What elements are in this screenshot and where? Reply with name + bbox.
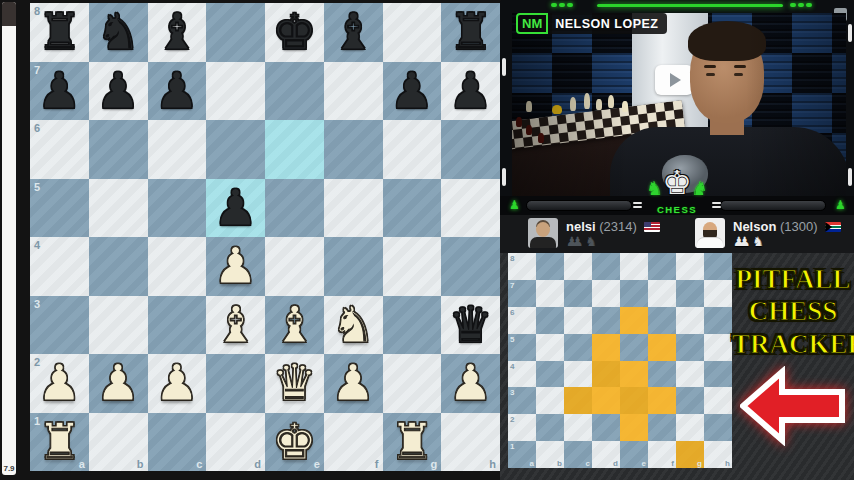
square-a2: 2 <box>508 414 536 441</box>
square-g7[interactable]: ♟ <box>383 62 442 121</box>
square-texture <box>148 179 207 238</box>
pitfall-highlight-e3 <box>620 387 648 414</box>
avatar-body <box>530 237 556 248</box>
piece-white-queen-e2[interactable]: ♛ <box>272 358 317 408</box>
square-c8[interactable]: ♝ <box>148 3 207 62</box>
file-label-g: g <box>697 459 702 468</box>
square-texture <box>324 62 383 121</box>
captured-knight-icon: ♞ <box>585 234 597 249</box>
square-c3 <box>564 387 592 414</box>
square-f4[interactable] <box>324 237 383 296</box>
square-h1[interactable]: h <box>441 413 500 472</box>
square-a7: 7 <box>508 280 536 307</box>
pitfall-highlight-f3 <box>648 387 676 414</box>
square-texture <box>676 253 704 280</box>
square-g6[interactable] <box>383 120 442 179</box>
file-label-b: b <box>557 459 562 468</box>
piece-black-bishop-c8[interactable]: ♝ <box>154 7 199 57</box>
square-b2 <box>536 414 564 441</box>
square-a5: 5 <box>508 334 536 361</box>
pitfall-highlight-d4 <box>592 361 620 388</box>
file-label-f: f <box>375 458 379 470</box>
square-d2[interactable] <box>206 354 265 413</box>
square-b6[interactable] <box>89 120 148 179</box>
led-line-icon <box>597 4 783 7</box>
square-c1: c <box>564 441 592 468</box>
square-texture <box>704 334 732 361</box>
avatar-head <box>536 222 550 237</box>
square-e4 <box>620 361 648 388</box>
player-info-row: nelsi (2314) ♟♟♞ Nelson (1300) ♟♟♞ <box>500 215 854 253</box>
square-a1: 1a <box>508 441 536 468</box>
square-a2[interactable]: 2♟ <box>30 354 89 413</box>
square-f7 <box>648 280 676 307</box>
square-texture <box>324 179 383 238</box>
square-e7 <box>620 280 648 307</box>
piece-black-rook-a8[interactable]: ♜ <box>37 7 82 57</box>
rank-label-5: 5 <box>34 181 40 193</box>
square-b5 <box>536 334 564 361</box>
square-d4 <box>592 361 620 388</box>
square-texture <box>592 280 620 307</box>
pitfall-tracker-section: 87654321abcdefgh PITFALL CHESS TRACKER <box>500 253 854 480</box>
square-texture <box>676 334 704 361</box>
square-c2[interactable]: ♟ <box>148 354 207 413</box>
captured-pawns-icon: ♟♟ <box>733 234 744 249</box>
square-texture <box>536 361 564 388</box>
square-f3 <box>648 387 676 414</box>
square-texture <box>620 280 648 307</box>
square-h2[interactable]: ♟ <box>441 354 500 413</box>
nm-title-badge: NM <box>516 13 548 34</box>
rank-label-7: 7 <box>510 281 514 290</box>
square-texture <box>704 280 732 307</box>
square-h6 <box>704 307 732 334</box>
streamer-name-tag: NM NELSON LOPEZ <box>516 13 667 34</box>
square-a7[interactable]: 7♟ <box>30 62 89 121</box>
square-texture <box>620 253 648 280</box>
green-pawn-icon: ♟ <box>509 198 520 212</box>
square-b8 <box>536 253 564 280</box>
square-f3[interactable]: ♞ <box>324 296 383 355</box>
tracker-title: PITFALL CHESS TRACKER <box>732 263 854 360</box>
square-b6 <box>536 307 564 334</box>
square-e6[interactable] <box>265 120 324 179</box>
player-left-name[interactable]: nelsi (2314) <box>566 219 660 234</box>
square-b3 <box>536 387 564 414</box>
square-d8 <box>592 253 620 280</box>
square-d6[interactable] <box>206 120 265 179</box>
square-c6[interactable] <box>148 120 207 179</box>
square-e7[interactable] <box>265 62 324 121</box>
square-texture <box>148 237 207 296</box>
pitfall-highlight-e6 <box>620 307 648 334</box>
us-flag-icon <box>644 222 660 232</box>
led-dash-icon <box>559 3 565 7</box>
square-e1: e <box>620 441 648 468</box>
square-a8[interactable]: 8♜ <box>30 3 89 62</box>
square-texture <box>648 253 676 280</box>
tracker-title-line2: CHESS <box>732 295 854 327</box>
square-a6[interactable]: 6 <box>30 120 89 179</box>
square-texture <box>536 387 564 414</box>
piece-white-pawn-h2[interactable]: ♟ <box>448 358 493 408</box>
square-texture <box>620 334 648 361</box>
tracker-title-strip: PITFALL CHESS TRACKER <box>732 253 854 480</box>
rank-label-8: 8 <box>510 254 514 263</box>
square-e2 <box>620 414 648 441</box>
square-c2 <box>564 414 592 441</box>
pitfall-highlight-d5 <box>592 334 620 361</box>
piece-white-king-e1[interactable]: ♚ <box>272 417 317 467</box>
square-texture <box>383 296 442 355</box>
square-texture <box>564 253 592 280</box>
square-texture <box>89 237 148 296</box>
rank-label-4: 4 <box>510 362 514 371</box>
square-texture <box>383 179 442 238</box>
piece-white-pawn-d4[interactable]: ♟ <box>213 241 258 291</box>
square-f5 <box>648 334 676 361</box>
square-texture <box>536 253 564 280</box>
square-d5[interactable]: ♟ <box>206 179 265 238</box>
equals-dash-icon <box>633 206 642 208</box>
piece-black-pawn-a7[interactable]: ♟ <box>37 66 82 116</box>
piece-white-pawn-a2[interactable]: ♟ <box>37 358 82 408</box>
square-a6: 6 <box>508 307 536 334</box>
square-e4[interactable] <box>265 237 324 296</box>
equals-dash-icon <box>712 202 721 204</box>
square-texture <box>704 307 732 334</box>
square-texture <box>704 253 732 280</box>
frame-edge-tick <box>848 168 852 186</box>
square-texture <box>441 120 500 179</box>
piece-white-pawn-f2[interactable]: ♟ <box>331 358 376 408</box>
square-texture <box>648 414 676 441</box>
square-g2[interactable] <box>383 354 442 413</box>
pitfall-highlight-e2 <box>620 414 648 441</box>
square-h8[interactable]: ♜ <box>441 3 500 62</box>
square-c8 <box>564 253 592 280</box>
led-dash-icon <box>798 3 804 7</box>
square-d2 <box>592 414 620 441</box>
square-texture <box>536 334 564 361</box>
square-d3[interactable]: ♝ <box>206 296 265 355</box>
square-g4 <box>676 361 704 388</box>
pitfall-tracker-board: 87654321abcdefgh <box>508 253 732 468</box>
player-right-name[interactable]: Nelson (1300) <box>733 219 841 234</box>
piece-white-bishop-d3[interactable]: ♝ <box>213 300 258 350</box>
square-g8 <box>676 253 704 280</box>
streamer-name: NELSON LOPEZ <box>548 13 667 34</box>
square-d6 <box>592 307 620 334</box>
square-texture <box>704 361 732 388</box>
square-g3[interactable] <box>383 296 442 355</box>
square-texture <box>536 307 564 334</box>
logo-king-icon: ♚ <box>646 166 708 199</box>
square-h5 <box>704 334 732 361</box>
square-h3 <box>704 387 732 414</box>
square-e5[interactable] <box>265 179 324 238</box>
captured-pieces-right: ♟♟♞ <box>733 235 764 249</box>
square-c7 <box>564 280 592 307</box>
square-a1[interactable]: 1a♜ <box>30 413 89 472</box>
square-texture <box>89 296 148 355</box>
square-a3: 3 <box>508 387 536 414</box>
rank-label-1: 1 <box>510 442 514 451</box>
pitfall-highlight-d3 <box>592 387 620 414</box>
square-g2 <box>676 414 704 441</box>
square-b3[interactable] <box>89 296 148 355</box>
square-h6[interactable] <box>441 120 500 179</box>
square-texture <box>89 120 148 179</box>
frame-edge-tick <box>848 24 852 42</box>
square-a5[interactable]: 5 <box>30 179 89 238</box>
square-b4 <box>536 361 564 388</box>
square-h7[interactable]: ♟ <box>441 62 500 121</box>
square-b5[interactable] <box>89 179 148 238</box>
rank-label-3: 3 <box>510 388 514 397</box>
led-dash-icon <box>551 3 557 7</box>
frame-edge-tick <box>502 58 506 76</box>
square-e2[interactable]: ♛ <box>265 354 324 413</box>
square-texture <box>676 361 704 388</box>
square-texture <box>383 120 442 179</box>
square-f7[interactable] <box>324 62 383 121</box>
main-chess-board[interactable]: 8♜♞♝♚♝♜7♟♟♟♟♟65♟4♟3♝♝♞♛2♟♟♟♛♟♟1a♜bcde♚fg… <box>30 3 500 471</box>
square-e3[interactable]: ♝ <box>265 296 324 355</box>
square-h8 <box>704 253 732 280</box>
square-e3 <box>620 387 648 414</box>
pitfall-highlight-c3 <box>564 387 592 414</box>
file-label-h: h <box>489 458 496 470</box>
square-texture <box>592 307 620 334</box>
square-e6 <box>620 307 648 334</box>
piece-white-bishop-e3[interactable]: ♝ <box>272 300 317 350</box>
piece-black-knight-b8[interactable]: ♞ <box>96 7 141 57</box>
square-c5 <box>564 334 592 361</box>
file-label-c: c <box>196 458 202 470</box>
square-texture <box>265 179 324 238</box>
square-b7 <box>536 280 564 307</box>
square-g3 <box>676 387 704 414</box>
evaluation-bar: 7.9 <box>2 2 16 475</box>
square-g1: g <box>676 441 704 468</box>
file-label-d: d <box>254 458 261 470</box>
square-texture <box>265 62 324 121</box>
piece-black-pawn-c7[interactable]: ♟ <box>154 66 199 116</box>
square-c6 <box>564 307 592 334</box>
square-texture <box>441 237 500 296</box>
player-left-rating: (2314) <box>599 219 637 234</box>
captured-pawns-icon: ♟♟ <box>566 234 577 249</box>
square-f5[interactable] <box>324 179 383 238</box>
evaluation-black-portion <box>2 2 16 26</box>
square-texture <box>383 237 442 296</box>
square-h4 <box>704 361 732 388</box>
frame-edge-tick <box>502 168 506 186</box>
square-d5 <box>592 334 620 361</box>
square-c4[interactable] <box>148 237 207 296</box>
south-africa-flag-icon <box>825 222 841 232</box>
avatar-body <box>697 237 723 248</box>
square-h5[interactable] <box>441 179 500 238</box>
green-pawn-icon: ♟ <box>835 198 846 212</box>
square-c7[interactable]: ♟ <box>148 62 207 121</box>
square-texture <box>564 334 592 361</box>
square-texture <box>441 179 500 238</box>
square-texture <box>676 414 704 441</box>
square-b1: b <box>536 441 564 468</box>
square-texture <box>676 387 704 414</box>
square-g5[interactable] <box>383 179 442 238</box>
square-texture <box>648 307 676 334</box>
stream-screenshot: 7.9 8♜♞♝♚♝♜7♟♟♟♟♟65♟4♟3♝♝♞♛2♟♟♟♛♟♟1a♜bcd… <box>0 0 854 480</box>
square-texture <box>676 307 704 334</box>
square-c1[interactable]: c <box>148 413 207 472</box>
piece-black-pawn-h7[interactable]: ♟ <box>448 66 493 116</box>
square-texture <box>536 414 564 441</box>
square-g4[interactable] <box>383 237 442 296</box>
square-d1: d <box>592 441 620 468</box>
square-b8[interactable]: ♞ <box>89 3 148 62</box>
square-texture <box>564 414 592 441</box>
square-b2[interactable]: ♟ <box>89 354 148 413</box>
file-label-f: f <box>671 459 674 468</box>
square-texture <box>564 280 592 307</box>
piece-white-pawn-c2[interactable]: ♟ <box>154 358 199 408</box>
square-e5 <box>620 334 648 361</box>
square-texture <box>206 62 265 121</box>
square-e8 <box>620 253 648 280</box>
led-dash-icon <box>806 3 812 7</box>
rank-label-4: 4 <box>34 239 40 251</box>
webcam-frame: NM NELSON LOPEZ ♟ ♟ ♞ ♞ ♚ CHESS <box>500 0 854 215</box>
piece-black-rook-h8[interactable]: ♜ <box>448 7 493 57</box>
piece-black-bishop-f8[interactable]: ♝ <box>331 7 376 57</box>
square-texture <box>564 307 592 334</box>
square-d1[interactable]: d <box>206 413 265 472</box>
player-left-username: nelsi <box>566 219 596 234</box>
square-g7 <box>676 280 704 307</box>
player-right-username: Nelson <box>733 219 776 234</box>
tracker-title-line1: PITFALL <box>732 263 854 295</box>
file-label-a: a <box>530 459 534 468</box>
square-f2[interactable]: ♟ <box>324 354 383 413</box>
piece-black-pawn-g7[interactable]: ♟ <box>389 66 434 116</box>
piece-white-rook-g1[interactable]: ♜ <box>389 417 434 467</box>
rank-label-2: 2 <box>510 415 514 424</box>
file-label-b: b <box>137 458 144 470</box>
player-right-rating: (1300) <box>780 219 818 234</box>
square-texture <box>265 120 324 179</box>
avatar-nelson[interactable] <box>695 218 725 248</box>
rank-label-5: 5 <box>510 335 514 344</box>
piece-black-pawn-b7[interactable]: ♟ <box>96 66 141 116</box>
square-h7 <box>704 280 732 307</box>
square-f1: f <box>648 441 676 468</box>
file-label-g: g <box>431 458 438 470</box>
file-label-e: e <box>314 458 320 470</box>
square-f8 <box>648 253 676 280</box>
square-g6 <box>676 307 704 334</box>
square-b7[interactable]: ♟ <box>89 62 148 121</box>
square-d3 <box>592 387 620 414</box>
rank-label-7: 7 <box>34 64 40 76</box>
square-f2 <box>648 414 676 441</box>
square-g8[interactable] <box>383 3 442 62</box>
square-texture <box>383 354 442 413</box>
evaluation-score: 7.9 <box>2 464 16 473</box>
square-h3[interactable]: ♛ <box>441 296 500 355</box>
file-label-h: h <box>725 459 730 468</box>
piece-white-pawn-b2[interactable]: ♟ <box>96 358 141 408</box>
square-d8[interactable] <box>206 3 265 62</box>
square-texture <box>206 120 265 179</box>
square-texture <box>324 413 383 472</box>
square-f6[interactable] <box>324 120 383 179</box>
square-h2 <box>704 414 732 441</box>
square-e8[interactable]: ♚ <box>265 3 324 62</box>
piece-white-knight-f3[interactable]: ♞ <box>331 300 376 350</box>
rank-label-6: 6 <box>510 308 514 317</box>
square-c5[interactable] <box>148 179 207 238</box>
square-c4 <box>564 361 592 388</box>
square-d4[interactable]: ♟ <box>206 237 265 296</box>
rank-label-8: 8 <box>34 5 40 17</box>
square-f8[interactable]: ♝ <box>324 3 383 62</box>
square-texture <box>648 361 676 388</box>
square-f4 <box>648 361 676 388</box>
pitfall-highlight-e4 <box>620 361 648 388</box>
piece-black-queen-h3[interactable]: ♛ <box>448 300 493 350</box>
square-b4[interactable] <box>89 237 148 296</box>
square-texture <box>676 280 704 307</box>
square-a3[interactable]: 3 <box>30 296 89 355</box>
red-left-arrow-icon <box>740 366 846 446</box>
square-texture <box>265 237 324 296</box>
square-texture <box>148 296 207 355</box>
square-h4[interactable] <box>441 237 500 296</box>
square-texture <box>536 280 564 307</box>
square-texture <box>383 3 442 62</box>
square-a4[interactable]: 4 <box>30 237 89 296</box>
file-label-e: e <box>642 459 646 468</box>
piece-white-rook-a1[interactable]: ♜ <box>37 417 82 467</box>
square-texture <box>648 280 676 307</box>
square-texture <box>704 414 732 441</box>
piece-black-pawn-d5[interactable]: ♟ <box>213 183 258 233</box>
square-texture <box>704 387 732 414</box>
equals-dash-icon <box>633 202 642 204</box>
file-label-a: a <box>79 458 85 470</box>
square-d7[interactable] <box>206 62 265 121</box>
square-e1[interactable]: e♚ <box>265 413 324 472</box>
square-f1[interactable]: f <box>324 413 383 472</box>
square-g1[interactable]: g♜ <box>383 413 442 472</box>
captured-pieces-left: ♟♟♞ <box>566 235 597 249</box>
led-dash-icon <box>567 3 573 7</box>
rank-label-2: 2 <box>34 356 40 368</box>
square-b1[interactable]: b <box>89 413 148 472</box>
piece-black-king-e8[interactable]: ♚ <box>272 7 317 57</box>
square-a8: 8 <box>508 253 536 280</box>
square-g5 <box>676 334 704 361</box>
avatar-nelsi[interactable] <box>528 218 558 248</box>
square-c3[interactable] <box>148 296 207 355</box>
rank-label-3: 3 <box>34 298 40 310</box>
tracker-title-line3: TRACKER <box>732 328 854 360</box>
square-texture <box>89 179 148 238</box>
